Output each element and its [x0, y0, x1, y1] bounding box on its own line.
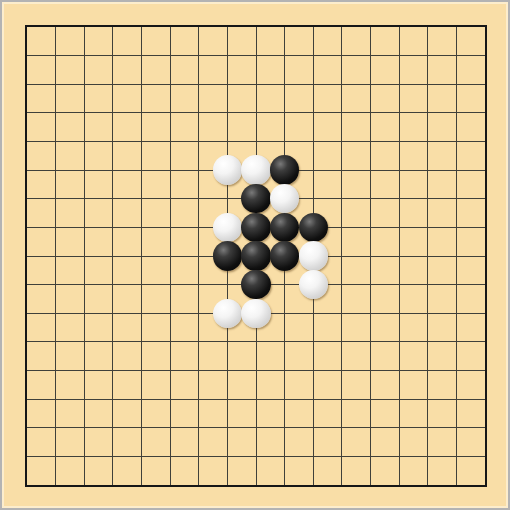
stone-white[interactable]: [241, 299, 270, 328]
stone-white[interactable]: [270, 184, 299, 213]
grid-line-horizontal: [27, 456, 485, 457]
grid-line-horizontal: [27, 370, 485, 371]
grid-line-horizontal: [27, 341, 485, 342]
grid-line-horizontal: [27, 427, 485, 428]
stone-white[interactable]: [299, 241, 328, 270]
stone-black[interactable]: [213, 241, 242, 270]
grid-line-vertical: [456, 27, 457, 485]
stone-black[interactable]: [241, 184, 270, 213]
stone-black[interactable]: [270, 213, 299, 242]
stone-white[interactable]: [299, 270, 328, 299]
stone-black[interactable]: [270, 155, 299, 184]
stone-black[interactable]: [299, 213, 328, 242]
stone-white[interactable]: [213, 213, 242, 242]
grid-line-horizontal: [27, 399, 485, 400]
stone-black[interactable]: [241, 241, 270, 270]
grid-line-vertical: [427, 27, 428, 485]
board-grid[interactable]: [27, 27, 485, 485]
grid-line-vertical: [341, 27, 342, 485]
stone-black[interactable]: [241, 213, 270, 242]
grid-line-vertical: [370, 27, 371, 485]
stone-white[interactable]: [213, 299, 242, 328]
go-board-screenshot: [0, 0, 510, 510]
stone-white[interactable]: [213, 155, 242, 184]
stone-black[interactable]: [270, 241, 299, 270]
go-board[interactable]: [25, 25, 487, 487]
grid-line-vertical: [399, 27, 400, 485]
stone-black[interactable]: [241, 270, 270, 299]
stone-white[interactable]: [241, 155, 270, 184]
